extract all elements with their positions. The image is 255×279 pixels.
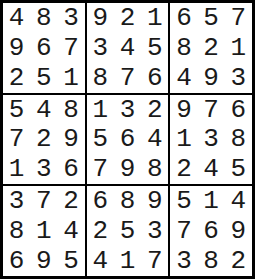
cell-r5c1[interactable]: 7 [3,125,30,155]
cell-r2c5[interactable]: 4 [114,33,141,63]
cell-r1c8[interactable]: 5 [198,3,225,33]
cell-r1c2[interactable]: 8 [30,3,57,33]
cell-r3c6[interactable]: 6 [141,63,168,93]
cell-r7c9[interactable]: 4 [225,186,252,216]
cell-r9c9[interactable]: 2 [225,246,252,276]
cell-r6c8[interactable]: 4 [198,154,225,184]
cell-r1c9[interactable]: 7 [225,3,252,33]
cell-r9c7[interactable]: 3 [170,246,197,276]
cell-r4c9[interactable]: 6 [225,95,252,125]
cell-r7c6[interactable]: 9 [141,186,168,216]
cell-r6c7[interactable]: 2 [170,154,197,184]
cell-r7c1[interactable]: 3 [3,186,30,216]
cell-r5c2[interactable]: 2 [30,125,57,155]
cell-r7c5[interactable]: 8 [114,186,141,216]
cell-r1c3[interactable]: 3 [57,3,84,33]
cell-r3c8[interactable]: 9 [198,63,225,93]
sudoku-board: 483967251 921345876 657821493 548729136 … [0,0,255,279]
cell-r1c7[interactable]: 6 [170,3,197,33]
cell-r8c8[interactable]: 6 [198,216,225,246]
cell-r9c2[interactable]: 9 [30,246,57,276]
cell-r2c3[interactable]: 7 [57,33,84,63]
cell-r9c1[interactable]: 6 [3,246,30,276]
cell-r1c5[interactable]: 2 [114,3,141,33]
cell-r4c1[interactable]: 5 [3,95,30,125]
cell-r6c9[interactable]: 5 [225,154,252,184]
cell-r9c6[interactable]: 7 [141,246,168,276]
cell-r3c9[interactable]: 3 [225,63,252,93]
cell-r7c4[interactable]: 6 [87,186,114,216]
cell-r2c8[interactable]: 2 [198,33,225,63]
cell-r1c4[interactable]: 9 [87,3,114,33]
cell-r4c4[interactable]: 1 [87,95,114,125]
cell-r4c5[interactable]: 3 [114,95,141,125]
cell-r3c3[interactable]: 1 [57,63,84,93]
cell-r3c5[interactable]: 7 [114,63,141,93]
box-r2c2: 132564798 [86,94,170,186]
cell-r3c7[interactable]: 4 [170,63,197,93]
box-r2c1: 548729136 [2,94,86,186]
cell-r6c6[interactable]: 8 [141,154,168,184]
cell-r2c7[interactable]: 8 [170,33,197,63]
cell-r4c3[interactable]: 8 [57,95,84,125]
cell-r4c7[interactable]: 9 [170,95,197,125]
cell-r1c1[interactable]: 4 [3,3,30,33]
cell-r5c3[interactable]: 9 [57,125,84,155]
cell-r1c6[interactable]: 1 [141,3,168,33]
cell-r3c1[interactable]: 2 [3,63,30,93]
cell-r8c3[interactable]: 4 [57,216,84,246]
cell-r6c3[interactable]: 6 [57,154,84,184]
cell-r8c1[interactable]: 8 [3,216,30,246]
cell-r9c4[interactable]: 4 [87,246,114,276]
box-r1c1: 483967251 [2,2,86,94]
cell-r4c6[interactable]: 2 [141,95,168,125]
cell-r2c4[interactable]: 3 [87,33,114,63]
cell-r5c4[interactable]: 5 [87,125,114,155]
box-r1c3: 657821493 [169,2,253,94]
box-r2c3: 976138245 [169,94,253,186]
cell-r5c5[interactable]: 6 [114,125,141,155]
box-r3c3: 514769382 [169,185,253,277]
cell-r8c9[interactable]: 9 [225,216,252,246]
cell-r6c2[interactable]: 3 [30,154,57,184]
cell-r2c1[interactable]: 9 [3,33,30,63]
cell-r2c6[interactable]: 5 [141,33,168,63]
cell-r6c5[interactable]: 9 [114,154,141,184]
cell-r5c9[interactable]: 8 [225,125,252,155]
cell-r2c9[interactable]: 1 [225,33,252,63]
cell-r8c2[interactable]: 1 [30,216,57,246]
cell-r7c3[interactable]: 2 [57,186,84,216]
cell-r7c8[interactable]: 1 [198,186,225,216]
cell-r8c4[interactable]: 2 [87,216,114,246]
cell-r9c5[interactable]: 1 [114,246,141,276]
cell-r8c7[interactable]: 7 [170,216,197,246]
cell-r8c5[interactable]: 5 [114,216,141,246]
cell-r8c6[interactable]: 3 [141,216,168,246]
cell-r5c8[interactable]: 3 [198,125,225,155]
cell-r7c7[interactable]: 5 [170,186,197,216]
cell-r5c7[interactable]: 1 [170,125,197,155]
cell-r5c6[interactable]: 4 [141,125,168,155]
cell-r2c2[interactable]: 6 [30,33,57,63]
cell-r4c2[interactable]: 4 [30,95,57,125]
cell-r3c2[interactable]: 5 [30,63,57,93]
cell-r3c4[interactable]: 8 [87,63,114,93]
cell-r9c3[interactable]: 5 [57,246,84,276]
cell-r6c4[interactable]: 7 [87,154,114,184]
cell-r4c8[interactable]: 7 [198,95,225,125]
box-r3c1: 372814695 [2,185,86,277]
cell-r7c2[interactable]: 7 [30,186,57,216]
cell-r9c8[interactable]: 8 [198,246,225,276]
box-r1c2: 921345876 [86,2,170,94]
cell-r6c1[interactable]: 1 [3,154,30,184]
box-r3c2: 689253417 [86,185,170,277]
